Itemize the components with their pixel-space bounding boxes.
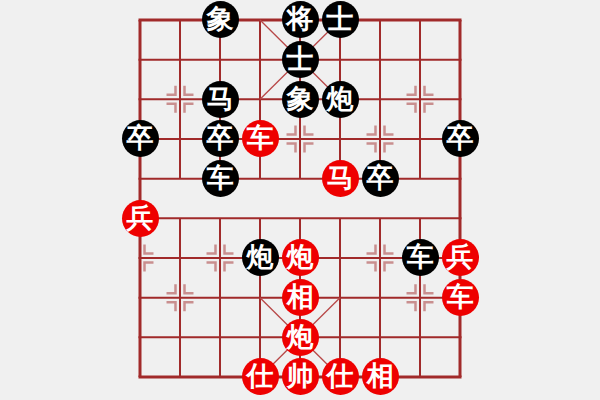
piece-black-elephant[interactable]: 象 — [202, 1, 239, 38]
piece-red-general[interactable]: 帅 — [282, 358, 319, 395]
piece-black-soldier[interactable]: 卒 — [202, 120, 239, 157]
piece-black-horse[interactable]: 马 — [202, 81, 239, 118]
piece-black-soldier[interactable]: 卒 — [442, 120, 479, 157]
xiangqi-app-screen: 象将士士马象炮卒卒车卒车马卒兵炮炮车兵相车炮仕帅仕相 — [0, 0, 600, 400]
piece-red-advisor[interactable]: 仕 — [322, 358, 359, 395]
piece-black-chariot[interactable]: 车 — [402, 239, 439, 276]
piece-red-elephant[interactable]: 相 — [282, 279, 319, 316]
piece-black-chariot[interactable]: 车 — [202, 160, 239, 197]
piece-red-chariot[interactable]: 车 — [242, 120, 279, 157]
piece-red-elephant[interactable]: 相 — [362, 358, 399, 395]
piece-red-chariot[interactable]: 车 — [442, 279, 479, 316]
piece-black-general[interactable]: 将 — [282, 1, 319, 38]
piece-black-cannon[interactable]: 炮 — [322, 81, 359, 118]
piece-black-advisor[interactable]: 士 — [322, 1, 359, 38]
piece-black-elephant[interactable]: 象 — [282, 81, 319, 118]
piece-red-horse[interactable]: 马 — [322, 160, 359, 197]
xiangqi-board[interactable]: 象将士士马象炮卒卒车卒车马卒兵炮炮车兵相车炮仕帅仕相 — [120, 0, 480, 397]
piece-red-advisor[interactable]: 仕 — [242, 358, 279, 395]
piece-black-soldier[interactable]: 卒 — [122, 120, 159, 157]
piece-black-cannon[interactable]: 炮 — [242, 239, 279, 276]
piece-black-advisor[interactable]: 士 — [282, 41, 319, 78]
piece-red-soldier[interactable]: 兵 — [442, 239, 479, 276]
piece-black-soldier[interactable]: 卒 — [362, 160, 399, 197]
piece-red-cannon[interactable]: 炮 — [282, 239, 319, 276]
piece-red-cannon[interactable]: 炮 — [282, 319, 319, 356]
piece-red-soldier[interactable]: 兵 — [122, 200, 159, 237]
